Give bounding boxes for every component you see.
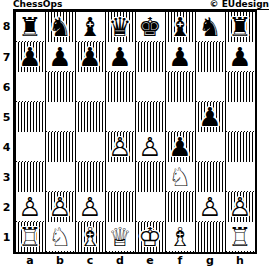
square-g4[interactable] xyxy=(195,132,225,162)
square-e1[interactable]: ♚♔ xyxy=(135,222,165,252)
piece-wQ-d1[interactable]: ♛♕ xyxy=(105,222,135,252)
file-label-f: f xyxy=(165,254,195,268)
square-b5[interactable] xyxy=(45,102,75,132)
square-e2[interactable] xyxy=(135,192,165,222)
piece-glyph: ♗ xyxy=(165,222,195,252)
board-area: 87654321 ♜♞♝♛♚♝♞♜♟♟♟♟♟♟♟♟♙♟♙♟♞♘♟♙♟♙♟♙♟♙♟… xyxy=(0,10,270,254)
piece-glyph: ♝ xyxy=(165,12,195,42)
square-a7[interactable]: ♟ xyxy=(15,42,45,72)
piece-glyph: ♙ xyxy=(195,192,225,222)
piece-bP-a7[interactable]: ♟ xyxy=(15,42,45,72)
piece-wP-a2[interactable]: ♟♙ xyxy=(15,192,45,222)
square-a8[interactable]: ♜ xyxy=(15,12,45,42)
piece-glyph: ♜ xyxy=(225,12,255,42)
file-label-g: g xyxy=(195,254,225,268)
piece-bR-a8[interactable]: ♜ xyxy=(15,12,45,42)
piece-glyph: ♗ xyxy=(75,222,105,252)
square-c4[interactable] xyxy=(75,132,105,162)
piece-glyph: ♜ xyxy=(15,12,45,42)
piece-glyph: ♞ xyxy=(195,12,225,42)
piece-wR-a1[interactable]: ♜♖ xyxy=(15,222,45,252)
square-d6[interactable] xyxy=(105,72,135,102)
piece-bP-b7[interactable]: ♟ xyxy=(45,42,75,72)
square-b1[interactable]: ♞♘ xyxy=(45,222,75,252)
file-label-a: a xyxy=(15,254,45,268)
piece-wP-g2[interactable]: ♟♙ xyxy=(195,192,225,222)
file-label-h: h xyxy=(225,254,255,268)
copyright-label: © EUdesign xyxy=(210,0,269,9)
piece-glyph: ♙ xyxy=(45,192,75,222)
square-g6[interactable] xyxy=(195,72,225,102)
square-f3[interactable]: ♞♘ xyxy=(165,162,195,192)
square-b4[interactable] xyxy=(45,132,75,162)
square-a4[interactable] xyxy=(15,132,45,162)
square-d7[interactable]: ♟ xyxy=(105,42,135,72)
square-h8[interactable]: ♜ xyxy=(225,12,255,42)
square-c3[interactable] xyxy=(75,162,105,192)
piece-bP-d7[interactable]: ♟ xyxy=(105,42,135,72)
rank-label-2: 2 xyxy=(0,192,13,222)
rank-label-3: 3 xyxy=(0,162,13,192)
piece-bP-h7[interactable]: ♟ xyxy=(225,42,255,72)
piece-glyph: ♙ xyxy=(75,192,105,222)
piece-bQ-d8[interactable]: ♛ xyxy=(105,12,135,42)
chessops-window: ChessOps © EUdesign 87654321 ♜♞♝♛♚♝♞♜♟♟♟… xyxy=(0,0,270,270)
square-d5[interactable] xyxy=(105,102,135,132)
piece-glyph: ♙ xyxy=(105,132,135,162)
file-label-b: b xyxy=(45,254,75,268)
square-a3[interactable] xyxy=(15,162,45,192)
piece-glyph: ♟ xyxy=(225,42,255,72)
piece-glyph: ♞ xyxy=(45,12,75,42)
piece-bN-g8[interactable]: ♞ xyxy=(195,12,225,42)
square-g8[interactable]: ♞ xyxy=(195,12,225,42)
rank-label-6: 6 xyxy=(0,72,13,102)
file-label-e: e xyxy=(135,254,165,268)
square-h6[interactable] xyxy=(225,72,255,102)
square-e4[interactable]: ♟♙ xyxy=(135,132,165,162)
square-f4[interactable]: ♟ xyxy=(165,132,195,162)
rank-label-4: 4 xyxy=(0,132,13,162)
app-title: ChessOps xyxy=(13,0,62,9)
square-f2[interactable] xyxy=(165,192,195,222)
square-b3[interactable] xyxy=(45,162,75,192)
square-b7[interactable]: ♟ xyxy=(45,42,75,72)
file-label-d: d xyxy=(105,254,135,268)
piece-bP-g5[interactable]: ♟ xyxy=(195,102,225,132)
square-g2[interactable]: ♟♙ xyxy=(195,192,225,222)
square-f8[interactable]: ♝ xyxy=(165,12,195,42)
piece-glyph: ♙ xyxy=(135,132,165,162)
square-e8[interactable]: ♚ xyxy=(135,12,165,42)
square-f1[interactable]: ♝♗ xyxy=(165,222,195,252)
square-e7[interactable] xyxy=(135,42,165,72)
square-e3[interactable] xyxy=(135,162,165,192)
piece-glyph: ♚ xyxy=(135,12,165,42)
piece-bB-f8[interactable]: ♝ xyxy=(165,12,195,42)
piece-glyph: ♛ xyxy=(105,12,135,42)
square-b2[interactable]: ♟♙ xyxy=(45,192,75,222)
square-a2[interactable]: ♟♙ xyxy=(15,192,45,222)
square-h7[interactable]: ♟ xyxy=(225,42,255,72)
piece-glyph: ♙ xyxy=(225,192,255,222)
piece-wB-f1[interactable]: ♝♗ xyxy=(165,222,195,252)
rank-label-8: 8 xyxy=(0,10,13,42)
square-f5[interactable] xyxy=(165,102,195,132)
rank-labels: 87654321 xyxy=(0,10,13,254)
square-h4[interactable] xyxy=(225,132,255,162)
square-d8[interactable]: ♛ xyxy=(105,12,135,42)
rank-label-7: 7 xyxy=(0,42,13,72)
piece-glyph: ♘ xyxy=(165,162,195,192)
square-h5[interactable] xyxy=(225,102,255,132)
piece-wP-h2[interactable]: ♟♙ xyxy=(225,192,255,222)
square-e5[interactable] xyxy=(135,102,165,132)
piece-wR-h1[interactable]: ♜♖ xyxy=(225,222,255,252)
piece-bK-e8[interactable]: ♚ xyxy=(135,12,165,42)
title-bar: ChessOps © EUdesign xyxy=(13,0,269,10)
piece-bP-f4[interactable]: ♟ xyxy=(165,132,195,162)
piece-wP-b2[interactable]: ♟♙ xyxy=(45,192,75,222)
piece-bP-c7[interactable]: ♟ xyxy=(75,42,105,72)
square-c5[interactable] xyxy=(75,102,105,132)
piece-bN-b8[interactable]: ♞ xyxy=(45,12,75,42)
piece-glyph: ♟ xyxy=(15,42,45,72)
piece-glyph: ♟ xyxy=(45,42,75,72)
file-labels: abcdefgh xyxy=(15,254,270,268)
rank-label-5: 5 xyxy=(0,102,13,132)
square-h2[interactable]: ♟♙ xyxy=(225,192,255,222)
piece-glyph: ♟ xyxy=(105,42,135,72)
square-c7[interactable]: ♟ xyxy=(75,42,105,72)
square-g3[interactable] xyxy=(195,162,225,192)
square-a5[interactable] xyxy=(15,102,45,132)
piece-glyph: ♘ xyxy=(45,222,75,252)
piece-glyph: ♝ xyxy=(75,12,105,42)
square-a6[interactable] xyxy=(15,72,45,102)
square-a1[interactable]: ♜♖ xyxy=(15,222,45,252)
piece-glyph: ♟ xyxy=(195,102,225,132)
piece-wP-c2[interactable]: ♟♙ xyxy=(75,192,105,222)
square-b6[interactable] xyxy=(45,72,75,102)
square-c1[interactable]: ♝♗ xyxy=(75,222,105,252)
square-c6[interactable] xyxy=(75,72,105,102)
piece-wN-f3[interactable]: ♞♘ xyxy=(165,162,195,192)
square-d4[interactable]: ♟♙ xyxy=(105,132,135,162)
piece-bR-h8[interactable]: ♜ xyxy=(225,12,255,42)
piece-wP-e4[interactable]: ♟♙ xyxy=(135,132,165,162)
square-c8[interactable]: ♝ xyxy=(75,12,105,42)
file-label-c: c xyxy=(75,254,105,268)
square-g7[interactable] xyxy=(195,42,225,72)
piece-wN-b1[interactable]: ♞♘ xyxy=(45,222,75,252)
piece-glyph: ♟ xyxy=(165,42,195,72)
piece-glyph: ♖ xyxy=(15,222,45,252)
piece-glyph: ♔ xyxy=(135,222,165,252)
square-e6[interactable] xyxy=(135,72,165,102)
square-g1[interactable] xyxy=(195,222,225,252)
piece-wK-e1[interactable]: ♚♔ xyxy=(135,222,165,252)
square-d1[interactable]: ♛♕ xyxy=(105,222,135,252)
piece-bP-f7[interactable]: ♟ xyxy=(165,42,195,72)
rank-label-1: 1 xyxy=(0,222,13,252)
chess-board: ♜♞♝♛♚♝♞♜♟♟♟♟♟♟♟♟♙♟♙♟♞♘♟♙♟♙♟♙♟♙♟♙♜♖♞♘♝♗♛♕… xyxy=(13,10,257,254)
piece-bB-c8[interactable]: ♝ xyxy=(75,12,105,42)
square-b8[interactable]: ♞ xyxy=(45,12,75,42)
piece-glyph: ♟ xyxy=(75,42,105,72)
square-c2[interactable]: ♟♙ xyxy=(75,192,105,222)
square-h3[interactable] xyxy=(225,162,255,192)
square-d2[interactable] xyxy=(105,192,135,222)
piece-glyph: ♙ xyxy=(15,192,45,222)
piece-glyph: ♖ xyxy=(225,222,255,252)
piece-glyph: ♟ xyxy=(165,132,195,162)
piece-wP-d4[interactable]: ♟♙ xyxy=(105,132,135,162)
square-f7[interactable]: ♟ xyxy=(165,42,195,72)
piece-wB-c1[interactable]: ♝♗ xyxy=(75,222,105,252)
square-h1[interactable]: ♜♖ xyxy=(225,222,255,252)
square-g5[interactable]: ♟ xyxy=(195,102,225,132)
square-d3[interactable] xyxy=(105,162,135,192)
square-f6[interactable] xyxy=(165,72,195,102)
piece-glyph: ♕ xyxy=(105,222,135,252)
